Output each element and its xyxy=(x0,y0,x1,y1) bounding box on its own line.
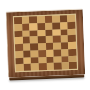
square-e8 xyxy=(44,16,52,23)
square-d5 xyxy=(38,36,46,43)
square-e3 xyxy=(46,49,54,56)
square-a4 xyxy=(15,44,23,51)
square-c7 xyxy=(29,23,37,30)
board-grid xyxy=(14,15,77,71)
square-d1 xyxy=(39,63,47,70)
square-h2 xyxy=(69,55,77,62)
photo-background xyxy=(0,0,90,90)
square-f5 xyxy=(53,36,61,43)
square-g7 xyxy=(60,22,68,29)
square-b2 xyxy=(23,57,31,64)
square-g1 xyxy=(61,62,69,69)
square-h1 xyxy=(69,62,77,69)
square-h4 xyxy=(68,42,76,49)
board-frame xyxy=(6,9,85,78)
square-c4 xyxy=(30,43,38,50)
chess-board xyxy=(6,9,86,81)
board-inlay-line xyxy=(13,14,78,72)
